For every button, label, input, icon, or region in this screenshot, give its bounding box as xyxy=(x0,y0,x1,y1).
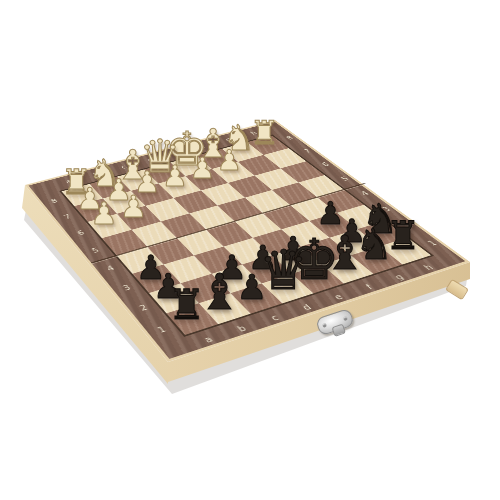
rank-label-right-8: 8 xyxy=(285,136,295,141)
rank-label-right-4: 4 xyxy=(360,191,371,197)
clasp-screw-icon xyxy=(322,323,327,328)
file-label-back-g: g xyxy=(224,137,233,142)
file-label-front-a: a xyxy=(203,336,215,345)
file-label-front-c: c xyxy=(269,314,280,322)
rank-label-right-5: 5 xyxy=(340,176,351,182)
file-label-front-e: e xyxy=(333,293,345,301)
rank-label-left-4: 4 xyxy=(106,265,116,272)
rank-label-right-7: 7 xyxy=(303,149,313,154)
rank-label-right-3: 3 xyxy=(381,206,392,212)
file-label-front-d: d xyxy=(301,304,313,312)
file-label-back-b: b xyxy=(92,172,101,177)
file-label-front-h: h xyxy=(423,264,436,271)
file-label-back-a: a xyxy=(64,179,73,184)
rank-label-left-1: 1 xyxy=(156,326,168,334)
file-label-front-f: f xyxy=(364,284,374,291)
rank-label-right-6: 6 xyxy=(321,162,331,167)
file-label-back-d: d xyxy=(146,158,155,163)
file-label-front-b: b xyxy=(236,325,248,333)
rank-label-left-3: 3 xyxy=(122,284,133,292)
rank-label-left-7: 7 xyxy=(63,214,72,220)
file-label-back-c: c xyxy=(120,165,128,170)
rank-label-left-5: 5 xyxy=(91,247,101,254)
rank-label-left-2: 2 xyxy=(138,304,149,312)
rank-label-left-6: 6 xyxy=(76,230,86,236)
clasp-hook-icon xyxy=(331,324,346,337)
file-label-back-h: h xyxy=(249,131,258,136)
rank-label-left-8: 8 xyxy=(50,198,59,204)
rank-label-right-2: 2 xyxy=(403,223,415,229)
rank-label-right-1: 1 xyxy=(426,240,438,247)
file-label-back-f: f xyxy=(200,144,207,148)
chess-board: aabbccddeeffgghh1122334455667788 xyxy=(25,120,470,362)
file-label-front-g: g xyxy=(393,274,406,281)
clasp-screw-icon xyxy=(343,316,348,321)
file-label-back-e: e xyxy=(173,151,182,156)
product-photo-scene: aabbccddeeffgghh1122334455667788 ♜♞♝♛♚♝♞… xyxy=(0,0,500,500)
